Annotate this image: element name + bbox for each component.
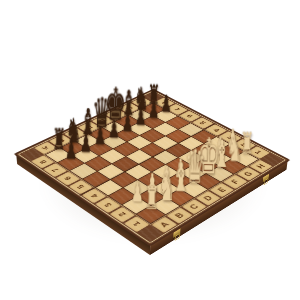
rook-glyph: ♜ [143,183,158,215]
pawn-glyph: ♟ [147,98,158,122]
brass-clasp-icon [173,228,180,238]
brass-clasp-icon [262,174,268,183]
pawn-glyph: ♟ [64,137,76,163]
pawn-glyph: ♟ [130,178,143,205]
pawn-glyph: ♟ [93,124,105,149]
product-photo-scene: ABCDEFGH ABCDEFGH 87654321 87654321 ♜♞♝♛… [0,0,300,300]
